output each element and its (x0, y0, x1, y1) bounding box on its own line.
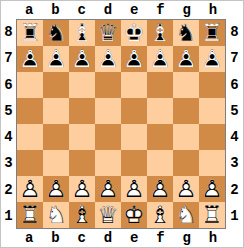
white-pawn-outline: ♙ (199, 176, 225, 202)
square-b4[interactable] (43, 124, 69, 150)
square-a8[interactable]: ♜♖ (17, 20, 43, 46)
square-d1[interactable]: ♛♕ (95, 202, 121, 228)
corner-top-right (226, 1, 243, 19)
rank-label-2: 2 (1, 183, 16, 197)
square-d8[interactable]: ♛♕ (95, 20, 121, 46)
square-f2[interactable]: ♟♙ (147, 176, 173, 202)
square-d7[interactable]: ♟♙ (95, 46, 121, 72)
square-f5[interactable] (147, 98, 173, 124)
square-a3[interactable] (17, 150, 43, 176)
black-pawn[interactable]: ♟♙ (173, 46, 199, 72)
white-rook[interactable]: ♜♖ (199, 202, 225, 228)
rank-label-8: 8 (226, 25, 243, 39)
rank-label-6: 6 (226, 78, 243, 92)
file-label-a: a (16, 3, 42, 17)
square-c2[interactable]: ♟♙ (69, 176, 95, 202)
white-queen-outline: ♕ (95, 202, 121, 228)
black-pawn-outline: ♙ (69, 46, 95, 72)
rank-label-4: 4 (226, 130, 243, 144)
square-f4[interactable] (147, 124, 173, 150)
square-e1[interactable]: ♚♔ (121, 202, 147, 228)
white-knight-outline: ♘ (173, 202, 199, 228)
square-d3[interactable] (95, 150, 121, 176)
square-d5[interactable] (95, 98, 121, 124)
black-bishop-outline: ♗ (69, 20, 95, 46)
square-c8[interactable]: ♝♗ (69, 20, 95, 46)
black-rook-outline: ♖ (17, 20, 43, 46)
white-pawn[interactable]: ♟♙ (173, 176, 199, 202)
square-e3[interactable] (121, 150, 147, 176)
square-e5[interactable] (121, 98, 147, 124)
black-king-outline: ♔ (121, 20, 147, 46)
file-label-d: d (95, 3, 121, 17)
square-a5[interactable] (17, 98, 43, 124)
white-pawn[interactable]: ♟♙ (69, 176, 95, 202)
file-label-c: c (69, 3, 95, 17)
rank-label-1: 1 (1, 209, 16, 223)
square-d6[interactable] (95, 72, 121, 98)
file-label-b: b (42, 3, 68, 17)
square-c1[interactable]: ♝♗ (69, 202, 95, 228)
rank-label-6: 6 (1, 78, 16, 92)
square-b7[interactable]: ♟♙ (43, 46, 69, 72)
file-label-b: b (42, 231, 68, 245)
rank-label-7: 7 (226, 51, 243, 65)
corner-bottom-right (226, 229, 243, 247)
square-c5[interactable] (69, 98, 95, 124)
square-a1[interactable]: ♜♖ (17, 202, 43, 228)
white-bishop-outline: ♗ (147, 202, 173, 228)
file-label-e: e (121, 3, 147, 17)
black-pawn[interactable]: ♟♙ (43, 46, 69, 72)
white-pawn-outline: ♙ (17, 176, 43, 202)
white-knight[interactable]: ♞♘ (43, 202, 69, 228)
square-g4[interactable] (173, 124, 199, 150)
black-rook[interactable]: ♜♖ (199, 20, 225, 46)
black-rook-outline: ♖ (199, 20, 225, 46)
square-h4[interactable] (199, 124, 225, 150)
square-c6[interactable] (69, 72, 95, 98)
black-rook[interactable]: ♜♖ (17, 20, 43, 46)
square-h2[interactable]: ♟♙ (199, 176, 225, 202)
square-b6[interactable] (43, 72, 69, 98)
rank-label-3: 3 (226, 156, 243, 170)
corner-bottom-left (1, 229, 16, 247)
square-d4[interactable] (95, 124, 121, 150)
square-f8[interactable]: ♝♗ (147, 20, 173, 46)
rank-labels-right: 87654321 (226, 19, 243, 229)
file-label-c: c (69, 231, 95, 245)
chess-diagram: abcdefgh 87654321 ♜♖♞♘♝♗♛♕♚♔♝♗♞♘♜♖♟♙♟♙♟♙… (0, 0, 244, 248)
black-pawn-outline: ♙ (147, 46, 173, 72)
square-g6[interactable] (173, 72, 199, 98)
square-f3[interactable] (147, 150, 173, 176)
black-queen[interactable]: ♛♕ (95, 20, 121, 46)
square-f7[interactable]: ♟♙ (147, 46, 173, 72)
square-g8[interactable]: ♞♘ (173, 20, 199, 46)
square-h5[interactable] (199, 98, 225, 124)
square-a6[interactable] (17, 72, 43, 98)
black-pawn[interactable]: ♟♙ (199, 46, 225, 72)
black-knight-outline: ♘ (43, 20, 69, 46)
white-pawn[interactable]: ♟♙ (147, 176, 173, 202)
corner-top-left (1, 1, 16, 19)
white-pawn-outline: ♙ (147, 176, 173, 202)
square-b8[interactable]: ♞♘ (43, 20, 69, 46)
white-rook-outline: ♖ (17, 202, 43, 228)
black-pawn[interactable]: ♟♙ (121, 46, 147, 72)
square-f1[interactable]: ♝♗ (147, 202, 173, 228)
white-knight-outline: ♘ (43, 202, 69, 228)
file-label-h: h (200, 3, 226, 17)
black-pawn-outline: ♙ (121, 46, 147, 72)
square-g3[interactable] (173, 150, 199, 176)
white-pawn-outline: ♙ (69, 176, 95, 202)
white-pawn-outline: ♙ (95, 176, 121, 202)
square-h1[interactable]: ♜♖ (199, 202, 225, 228)
black-pawn-outline: ♙ (199, 46, 225, 72)
file-label-g: g (174, 231, 200, 245)
square-h8[interactable]: ♜♖ (199, 20, 225, 46)
black-pawn[interactable]: ♟♙ (147, 46, 173, 72)
file-label-e: e (121, 231, 147, 245)
file-label-d: d (95, 231, 121, 245)
square-b1[interactable]: ♞♘ (43, 202, 69, 228)
square-b2[interactable]: ♟♙ (43, 176, 69, 202)
white-pawn[interactable]: ♟♙ (199, 176, 225, 202)
square-e6[interactable] (121, 72, 147, 98)
black-pawn-outline: ♙ (43, 46, 69, 72)
square-g1[interactable]: ♞♘ (173, 202, 199, 228)
square-c4[interactable] (69, 124, 95, 150)
square-h3[interactable] (199, 150, 225, 176)
black-pawn-outline: ♙ (95, 46, 121, 72)
file-label-f: f (147, 3, 173, 17)
white-pawn[interactable]: ♟♙ (95, 176, 121, 202)
square-c7[interactable]: ♟♙ (69, 46, 95, 72)
rank-label-7: 7 (1, 51, 16, 65)
square-h6[interactable] (199, 72, 225, 98)
white-pawn-outline: ♙ (173, 176, 199, 202)
black-pawn[interactable]: ♟♙ (95, 46, 121, 72)
square-c3[interactable] (69, 150, 95, 176)
square-b3[interactable] (43, 150, 69, 176)
white-bishop[interactable]: ♝♗ (69, 202, 95, 228)
white-rook-outline: ♖ (199, 202, 225, 228)
square-a7[interactable]: ♟♙ (17, 46, 43, 72)
white-knight[interactable]: ♞♘ (173, 202, 199, 228)
black-pawn-outline: ♙ (173, 46, 199, 72)
white-bishop-outline: ♗ (69, 202, 95, 228)
square-e7[interactable]: ♟♙ (121, 46, 147, 72)
file-labels-bottom: abcdefgh (16, 229, 226, 247)
square-b5[interactable] (43, 98, 69, 124)
rank-labels-left: 87654321 (1, 19, 16, 229)
square-g7[interactable]: ♟♙ (173, 46, 199, 72)
white-bishop[interactable]: ♝♗ (147, 202, 173, 228)
black-bishop-outline: ♗ (147, 20, 173, 46)
file-label-h: h (200, 231, 226, 245)
white-king[interactable]: ♚♔ (121, 202, 147, 228)
square-g2[interactable]: ♟♙ (173, 176, 199, 202)
rank-label-1: 1 (226, 209, 243, 223)
file-label-f: f (147, 231, 173, 245)
black-pawn[interactable]: ♟♙ (69, 46, 95, 72)
square-e8[interactable]: ♚♔ (121, 20, 147, 46)
black-queen-outline: ♕ (95, 20, 121, 46)
black-knight[interactable]: ♞♘ (173, 20, 199, 46)
square-d2[interactable]: ♟♙ (95, 176, 121, 202)
square-e2[interactable]: ♟♙ (121, 176, 147, 202)
rank-label-3: 3 (1, 156, 16, 170)
white-pawn-outline: ♙ (43, 176, 69, 202)
white-pawn-outline: ♙ (121, 176, 147, 202)
white-queen[interactable]: ♛♕ (95, 202, 121, 228)
file-label-a: a (16, 231, 42, 245)
chess-board: ♜♖♞♘♝♗♛♕♚♔♝♗♞♘♜♖♟♙♟♙♟♙♟♙♟♙♟♙♟♙♟♙♟♙♟♙♟♙♟♙… (16, 19, 226, 229)
black-knight-outline: ♘ (173, 20, 199, 46)
rank-label-5: 5 (1, 104, 16, 118)
black-knight[interactable]: ♞♘ (43, 20, 69, 46)
rank-label-2: 2 (226, 183, 243, 197)
square-g5[interactable] (173, 98, 199, 124)
square-a2[interactable]: ♟♙ (17, 176, 43, 202)
black-king[interactable]: ♚♔ (121, 20, 147, 46)
black-pawn-outline: ♙ (17, 46, 43, 72)
rank-label-4: 4 (1, 130, 16, 144)
rank-label-8: 8 (1, 25, 16, 39)
black-bishop[interactable]: ♝♗ (69, 20, 95, 46)
white-rook[interactable]: ♜♖ (17, 202, 43, 228)
square-f6[interactable] (147, 72, 173, 98)
square-e4[interactable] (121, 124, 147, 150)
white-pawn[interactable]: ♟♙ (121, 176, 147, 202)
rank-label-5: 5 (226, 104, 243, 118)
white-king-outline: ♔ (121, 202, 147, 228)
file-labels-top: abcdefgh (16, 1, 226, 19)
file-label-g: g (174, 3, 200, 17)
black-bishop[interactable]: ♝♗ (147, 20, 173, 46)
white-pawn[interactable]: ♟♙ (43, 176, 69, 202)
square-h7[interactable]: ♟♙ (199, 46, 225, 72)
black-pawn[interactable]: ♟♙ (17, 46, 43, 72)
white-pawn[interactable]: ♟♙ (17, 176, 43, 202)
square-a4[interactable] (17, 124, 43, 150)
